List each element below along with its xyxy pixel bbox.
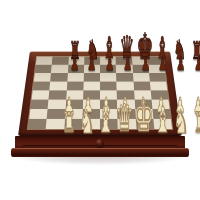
white-r-h1: ♜: [178, 122, 200, 139]
chess-set-photo: ♜♞♝♛♚♝♞♜♟♟♟♟♟♟♟♟♟♟♟♟♟♟♟♟♜♞♝♛♚♝♞♜: [0, 0, 200, 200]
black-p-h7: ♟: [176, 58, 200, 74]
pieces-layer: ♜♞♝♛♚♝♞♜♟♟♟♟♟♟♟♟♟♟♟♟♟♟♟♟♜♞♝♛♚♝♞♜: [17, 0, 183, 200]
chess-box: ♜♞♝♛♚♝♞♜♟♟♟♟♟♟♟♟♟♟♟♟♟♟♟♟♜♞♝♛♚♝♞♜: [17, 0, 183, 200]
